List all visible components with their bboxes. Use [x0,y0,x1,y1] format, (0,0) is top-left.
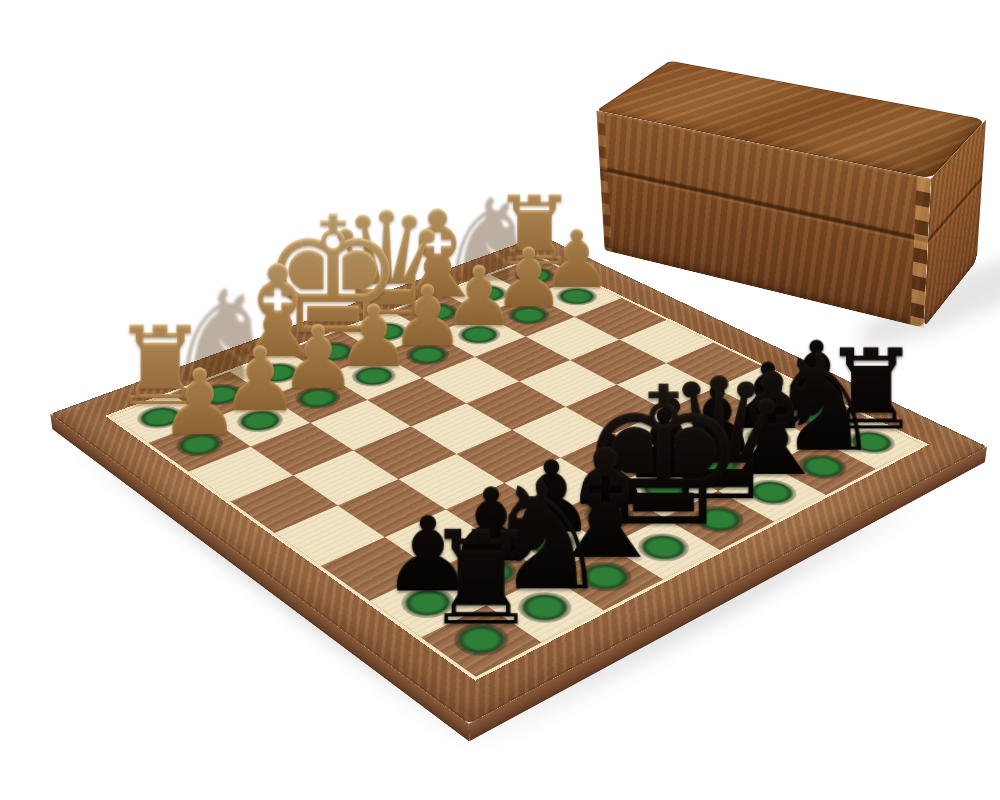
board-walnut-frame: ♜♟♟♜♞♟♟♞♝♟♟♝♛♟♟♛♚♟♟♚♝♟♟♝♞♟♟♞♜♟♟♜ [50,235,987,723]
board-maple-boundary-line: ♜♟♟♜♞♟♟♞♝♟♟♝♛♟♟♛♚♟♟♚♝♟♟♝♞♟♟♞♜♟♟♜ [105,255,929,680]
chess-board-scene: ♜♟♟♜♞♟♟♞♝♟♟♝♛♟♟♛♚♟♟♚♝♟♟♝♞♟♟♞♜♟♟♜ [0,0,1000,800]
product-photo-stage: ♜♟♟♜♞♟♟♞♝♟♟♝♛♟♟♛♚♟♟♚♝♟♟♝♞♟♟♞♜♟♟♜ [0,0,1000,800]
black-rook-h8[interactable]: ♜ [363,416,599,641]
white-pawn-h2[interactable]: ♟ [98,252,301,444]
white-pawn-glyph: ♟ [159,358,241,445]
square-h8[interactable]: ♜ [421,606,541,677]
chess-board: ♜♟♟♜♞♟♟♞♝♟♟♝♛♟♟♛♚♟♟♚♝♟♟♝♞♟♟♞♜♟♟♜ [50,235,987,723]
black-rook-glyph: ♜ [423,517,540,641]
board-squares-grid: ♜♟♟♜♞♟♟♞♝♟♟♝♛♟♟♛♚♟♟♚♝♟♟♝♞♟♟♞♜♟♟♜ [111,257,924,676]
